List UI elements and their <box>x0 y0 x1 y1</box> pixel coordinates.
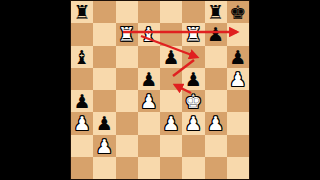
square-b5 <box>93 68 115 90</box>
square-e6: ♟ <box>160 46 182 68</box>
square-c7: ♜ <box>116 23 138 45</box>
square-f3: ♟ <box>182 112 204 134</box>
black-pawn-d5: ♟ <box>138 68 160 90</box>
square-e7 <box>160 23 182 45</box>
square-b2: ♟ <box>93 135 115 157</box>
square-b1 <box>93 157 115 179</box>
square-b7 <box>93 23 115 45</box>
white-bishop-d7: ♝ <box>138 23 160 45</box>
square-a1 <box>71 157 93 179</box>
square-d8 <box>138 1 160 23</box>
square-d5: ♟ <box>138 68 160 90</box>
white-pawn-h5: ♟ <box>227 68 249 90</box>
square-c4 <box>116 90 138 112</box>
square-a2 <box>71 135 93 157</box>
chess-board: ♜♜♚♜♝♜♟♝♟♟♟♟♟♟♟♚♟♟♟♟♟♟ <box>70 0 250 180</box>
square-f7: ♜ <box>182 23 204 45</box>
white-pawn-e3: ♟ <box>160 112 182 134</box>
square-h7 <box>227 23 249 45</box>
letterbox-left <box>0 0 70 180</box>
black-pawn-h6: ♟ <box>227 46 249 68</box>
white-rook-c7: ♜ <box>116 23 138 45</box>
square-g1 <box>205 157 227 179</box>
black-pawn-a4: ♟ <box>71 90 93 112</box>
square-c2 <box>116 135 138 157</box>
black-rook-g8: ♜ <box>205 1 227 23</box>
square-b6 <box>93 46 115 68</box>
square-a3: ♟ <box>71 112 93 134</box>
square-e1 <box>160 157 182 179</box>
square-h4 <box>227 90 249 112</box>
square-f5: ♟ <box>182 68 204 90</box>
square-h5: ♟ <box>227 68 249 90</box>
white-pawn-a3: ♟ <box>71 112 93 134</box>
square-e8 <box>160 1 182 23</box>
square-a6: ♝ <box>71 46 93 68</box>
square-d2 <box>138 135 160 157</box>
black-rook-a8: ♜ <box>71 1 93 23</box>
square-h6: ♟ <box>227 46 249 68</box>
white-pawn-g3: ♟ <box>205 112 227 134</box>
square-g2 <box>205 135 227 157</box>
square-a5 <box>71 68 93 90</box>
square-f1 <box>182 157 204 179</box>
square-c3 <box>116 112 138 134</box>
square-c8 <box>116 1 138 23</box>
square-h8: ♚ <box>227 1 249 23</box>
black-king-h8: ♚ <box>227 1 249 23</box>
square-c5 <box>116 68 138 90</box>
square-f6 <box>182 46 204 68</box>
square-d3 <box>138 112 160 134</box>
square-g5 <box>205 68 227 90</box>
white-king-f4: ♚ <box>182 90 204 112</box>
square-a4: ♟ <box>71 90 93 112</box>
square-g8: ♜ <box>205 1 227 23</box>
square-h1 <box>227 157 249 179</box>
letterbox-right <box>250 0 320 180</box>
square-f8 <box>182 1 204 23</box>
square-h3 <box>227 112 249 134</box>
square-f2 <box>182 135 204 157</box>
square-d4: ♟ <box>138 90 160 112</box>
square-d7: ♝ <box>138 23 160 45</box>
square-g7: ♟ <box>205 23 227 45</box>
black-bishop-a6: ♝ <box>71 46 93 68</box>
square-e2 <box>160 135 182 157</box>
square-c1 <box>116 157 138 179</box>
square-d1 <box>138 157 160 179</box>
video-frame: ♜♜♚♜♝♜♟♝♟♟♟♟♟♟♟♚♟♟♟♟♟♟ <box>0 0 320 180</box>
black-pawn-e6: ♟ <box>160 46 182 68</box>
square-b3: ♟ <box>93 112 115 134</box>
square-g4 <box>205 90 227 112</box>
square-e3: ♟ <box>160 112 182 134</box>
square-g3: ♟ <box>205 112 227 134</box>
black-pawn-f5: ♟ <box>182 68 204 90</box>
square-b4 <box>93 90 115 112</box>
square-g6 <box>205 46 227 68</box>
square-f4: ♚ <box>182 90 204 112</box>
square-b8 <box>93 1 115 23</box>
white-pawn-f3: ♟ <box>182 112 204 134</box>
square-a8: ♜ <box>71 1 93 23</box>
square-d6 <box>138 46 160 68</box>
white-rook-f7: ♜ <box>182 23 204 45</box>
square-h2 <box>227 135 249 157</box>
square-c6 <box>116 46 138 68</box>
square-e4 <box>160 90 182 112</box>
black-pawn-g7: ♟ <box>205 23 227 45</box>
white-pawn-b2: ♟ <box>93 135 115 157</box>
square-a7 <box>71 23 93 45</box>
black-pawn-b3: ♟ <box>93 112 115 134</box>
white-pawn-d4: ♟ <box>138 90 160 112</box>
square-e5 <box>160 68 182 90</box>
